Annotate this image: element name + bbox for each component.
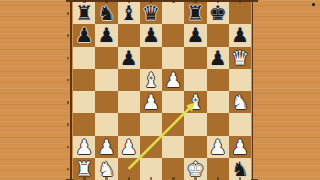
frame-tick-bottom-d — [150, 177, 153, 180]
square-f3[interactable] — [184, 113, 206, 135]
black-rook-f8: ♜ — [186, 2, 204, 24]
square-a2[interactable]: ♟ — [73, 136, 95, 158]
square-c7[interactable] — [118, 24, 140, 46]
square-d3[interactable] — [140, 113, 162, 135]
square-b7[interactable]: ♟ — [95, 24, 117, 46]
black-pawn-f7: ♟ — [186, 24, 204, 46]
square-b4[interactable] — [95, 91, 117, 113]
square-f4[interactable]: ♝ — [184, 91, 206, 113]
square-h4[interactable]: ♞ — [229, 91, 251, 113]
square-f8[interactable]: ♜ — [184, 2, 206, 24]
square-e8[interactable] — [162, 2, 184, 24]
frame-tick-top-h — [239, 0, 242, 3]
square-g2[interactable]: ♟ — [207, 136, 229, 158]
frame-tick-left-3 — [67, 123, 70, 126]
white-rook-a1: ♜ — [75, 158, 93, 180]
black-pawn-d7: ♟ — [142, 24, 160, 46]
square-b3[interactable] — [95, 113, 117, 135]
black-pawn-a7: ♟ — [75, 24, 93, 46]
square-d8[interactable]: ♛ — [140, 2, 162, 24]
square-b5[interactable] — [95, 69, 117, 91]
square-e4[interactable] — [162, 91, 184, 113]
black-pawn-b7: ♟ — [97, 24, 115, 46]
white-pawn-h2: ♟ — [231, 136, 249, 158]
white-pawn-g2: ♟ — [209, 136, 227, 158]
square-a8[interactable]: ♜ — [73, 2, 95, 24]
square-d7[interactable]: ♟ — [140, 24, 162, 46]
square-d5[interactable]: ♝ — [140, 69, 162, 91]
square-e5[interactable]: ♟ — [162, 69, 184, 91]
square-c2[interactable]: ♟ — [118, 136, 140, 158]
square-c4[interactable] — [118, 91, 140, 113]
frame-tick-left-1 — [67, 168, 70, 171]
square-e6[interactable] — [162, 47, 184, 69]
white-knight-h4: ♞ — [231, 91, 249, 113]
square-c5[interactable] — [118, 69, 140, 91]
square-e7[interactable] — [162, 24, 184, 46]
white-bishop-d5: ♝ — [142, 69, 160, 91]
square-h5[interactable] — [229, 69, 251, 91]
square-a6[interactable] — [73, 47, 95, 69]
square-e2[interactable] — [162, 136, 184, 158]
square-f5[interactable] — [184, 69, 206, 91]
square-a5[interactable] — [73, 69, 95, 91]
square-e3[interactable] — [162, 113, 184, 135]
square-a1[interactable]: ♜ — [73, 158, 95, 180]
board-frame-right — [252, 0, 254, 180]
square-h1[interactable]: ♞ — [229, 158, 251, 180]
square-g4[interactable] — [207, 91, 229, 113]
black-bishop-c8: ♝ — [120, 2, 138, 24]
square-g3[interactable] — [207, 113, 229, 135]
chess-video-frame: ♜♞♝♛♜♚♟♟♟♟♟♟♟♛♝♟♟♝♞♟♟♟♟♟♜♞♚♞ — [0, 0, 320, 180]
square-c8[interactable]: ♝ — [118, 2, 140, 24]
frame-tick-top-e — [172, 0, 175, 3]
frame-tick-left-8 — [67, 12, 70, 15]
black-knight-h1: ♞ — [231, 158, 249, 180]
chess-board: ♜♞♝♛♜♚♟♟♟♟♟♟♟♛♝♟♟♝♞♟♟♟♟♟♜♞♚♞ — [73, 2, 251, 180]
black-pawn-g6: ♟ — [209, 47, 227, 69]
square-h2[interactable]: ♟ — [229, 136, 251, 158]
square-h6[interactable]: ♛ — [229, 47, 251, 69]
square-h7[interactable]: ♟ — [229, 24, 251, 46]
square-b8[interactable]: ♞ — [95, 2, 117, 24]
white-king-f1: ♚ — [186, 158, 204, 180]
frame-tick-left-2 — [67, 146, 70, 149]
square-d6[interactable] — [140, 47, 162, 69]
frame-tick-left-7 — [67, 34, 70, 37]
black-pawn-h7: ♟ — [231, 24, 249, 46]
frame-tick-bottom-g — [217, 177, 220, 180]
square-a7[interactable]: ♟ — [73, 24, 95, 46]
square-g5[interactable] — [207, 69, 229, 91]
white-pawn-c2: ♟ — [120, 136, 138, 158]
white-pawn-d4: ♟ — [142, 91, 160, 113]
square-h3[interactable] — [229, 113, 251, 135]
square-b6[interactable] — [95, 47, 117, 69]
square-h8[interactable] — [229, 2, 251, 24]
white-pawn-a2: ♟ — [75, 136, 93, 158]
square-g8[interactable]: ♚ — [207, 2, 229, 24]
square-b1[interactable]: ♞ — [95, 158, 117, 180]
corner-dot — [312, 3, 315, 6]
square-f6[interactable] — [184, 47, 206, 69]
frame-tick-left-5 — [67, 79, 70, 82]
square-a3[interactable] — [73, 113, 95, 135]
white-pawn-e5: ♟ — [164, 69, 182, 91]
square-d2[interactable] — [140, 136, 162, 158]
square-g6[interactable]: ♟ — [207, 47, 229, 69]
square-a4[interactable] — [73, 91, 95, 113]
board-frame-left — [70, 0, 72, 180]
frame-tick-bottom-c — [128, 177, 131, 180]
white-bishop-f4: ♝ — [186, 91, 204, 113]
frame-tick-left-4 — [67, 101, 70, 104]
square-f1[interactable]: ♚ — [184, 158, 206, 180]
white-knight-b1: ♞ — [97, 158, 115, 180]
square-c3[interactable] — [118, 113, 140, 135]
square-c6[interactable]: ♟ — [118, 47, 140, 69]
black-queen-d8: ♛ — [142, 2, 160, 24]
frame-tick-bottom-e — [172, 177, 175, 180]
frame-tick-left-6 — [67, 57, 70, 60]
square-d4[interactable]: ♟ — [140, 91, 162, 113]
black-knight-b8: ♞ — [97, 2, 115, 24]
black-rook-a8: ♜ — [75, 2, 93, 24]
white-queen-h6: ♛ — [231, 47, 249, 69]
black-pawn-c6: ♟ — [120, 47, 138, 69]
black-king-g8: ♚ — [209, 2, 227, 24]
square-f2[interactable] — [184, 136, 206, 158]
square-f7[interactable]: ♟ — [184, 24, 206, 46]
square-b2[interactable]: ♟ — [95, 136, 117, 158]
white-pawn-b2: ♟ — [97, 136, 115, 158]
square-g7[interactable] — [207, 24, 229, 46]
